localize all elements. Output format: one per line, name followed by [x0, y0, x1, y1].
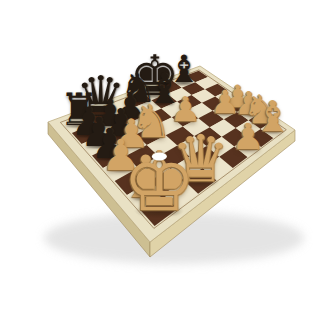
- king-top-sticker: [152, 152, 167, 160]
- piece-white-pawn-f1: ♟: [232, 119, 264, 155]
- piece-white-pawn-e5: ♟: [170, 91, 201, 125]
- piece-white-king-a1: ♚: [123, 142, 197, 224]
- chess-set-product-photo[interactable]: ♜♛♞♚♝♟♟♟♝♟♟♟♟♟♝♚♛♞♟♟♟♟♟♞♝: [0, 0, 320, 320]
